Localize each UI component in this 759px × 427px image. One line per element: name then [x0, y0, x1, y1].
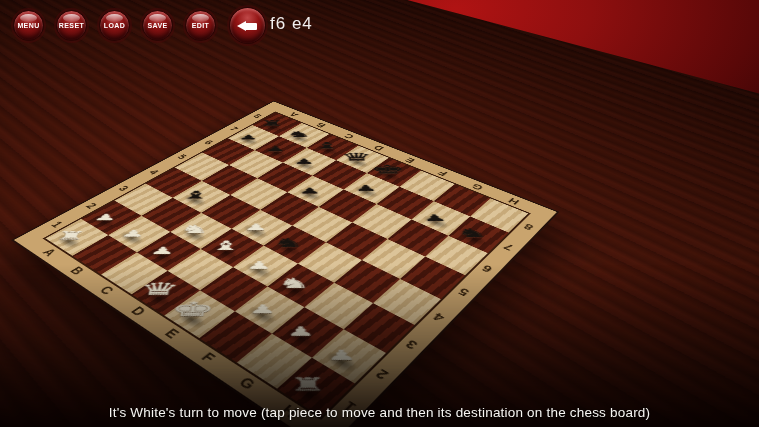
square-b1[interactable] — [72, 235, 137, 274]
piece-glyph: ♟ — [83, 213, 128, 222]
piece-glyph: ♟ — [235, 260, 281, 270]
piece-glyph: ♟ — [230, 134, 267, 140]
piece-glyph: ♜ — [254, 120, 289, 127]
toolbar: MENURESETLOADSAVEEDIT f6 e4 — [0, 0, 759, 52]
square-h6[interactable] — [425, 236, 488, 275]
piece-glyph: ♚ — [368, 163, 409, 175]
square-h4[interactable] — [373, 279, 441, 325]
square-e2[interactable] — [200, 267, 268, 311]
status-text: It's White's turn to move (tap piece to … — [0, 405, 759, 420]
piece-glyph: ♞ — [281, 130, 317, 138]
piece-glyph: ♟ — [345, 184, 386, 192]
white-knight-f3[interactable]: ♞ — [276, 280, 313, 300]
square-g5[interactable] — [362, 239, 425, 279]
piece-glyph: ♜ — [280, 375, 336, 393]
white-bishop-d3[interactable]: ♝ — [209, 243, 241, 261]
square-c1[interactable] — [101, 252, 167, 294]
piece-glyph: ♟ — [110, 229, 156, 238]
button-shine — [192, 14, 209, 22]
piece-glyph: ♞ — [266, 237, 311, 249]
piece-glyph: ♟ — [285, 158, 323, 165]
button-shine — [63, 14, 80, 22]
button-shine — [149, 14, 166, 22]
square-e4[interactable] — [264, 226, 326, 264]
square-f1[interactable] — [199, 311, 272, 362]
piece-glyph: ♞ — [172, 223, 217, 235]
black-knight-e4[interactable]: ♞ — [272, 240, 306, 258]
button-shine — [20, 14, 37, 22]
piece-glyph: ♝ — [203, 239, 249, 252]
white-rook-a1[interactable]: ♜ — [55, 233, 82, 250]
piece-glyph: ♜ — [47, 230, 95, 242]
piece-glyph: ♟ — [257, 146, 294, 153]
square-f3[interactable] — [268, 264, 335, 308]
square-g2[interactable] — [272, 307, 344, 358]
piece-glyph: ♟ — [275, 325, 326, 338]
white-pawn-c2[interactable]: ♟ — [146, 247, 177, 265]
square-f2[interactable] — [235, 287, 305, 334]
piece-glyph: ♟ — [234, 222, 278, 231]
button-shine — [106, 14, 123, 22]
piece-glyph: ♛ — [337, 152, 376, 163]
undo-button[interactable] — [229, 7, 266, 44]
piece-glyph: ♟ — [237, 303, 287, 315]
black-knight-h7[interactable]: ♞ — [455, 230, 494, 247]
square-d2[interactable] — [168, 249, 234, 290]
white-pawn-f2[interactable]: ♟ — [244, 304, 281, 326]
piece-glyph: ♝ — [174, 190, 216, 201]
last-move-display: f6 e4 — [270, 14, 313, 34]
square-e1[interactable] — [164, 290, 234, 338]
square-h5[interactable] — [400, 257, 465, 300]
white-pawn-b2[interactable]: ♟ — [118, 230, 147, 247]
white-queen-d1[interactable]: ♛ — [142, 288, 175, 309]
button-menu[interactable]: MENU — [13, 10, 44, 41]
piece-glyph: ♝ — [309, 141, 346, 150]
button-reset[interactable]: RESET — [56, 10, 87, 41]
white-pawn-a2[interactable]: ♟ — [90, 214, 117, 230]
piece-glyph: ♞ — [270, 276, 318, 290]
white-rook-h1[interactable]: ♜ — [287, 380, 330, 408]
square-g4[interactable] — [334, 260, 400, 303]
square-c2[interactable] — [137, 232, 201, 271]
button-save[interactable]: SAVE — [142, 10, 173, 41]
piece-glyph: ♟ — [413, 213, 458, 222]
square-g1[interactable] — [237, 334, 312, 389]
square-f5[interactable] — [326, 223, 388, 261]
white-pawn-h2[interactable]: ♟ — [321, 350, 364, 375]
square-a1[interactable] — [45, 219, 108, 256]
square-e3[interactable] — [233, 246, 298, 287]
white-king-e1[interactable]: ♚ — [174, 308, 209, 330]
square-h3[interactable] — [344, 303, 415, 353]
piece-glyph: ♟ — [290, 187, 330, 195]
piece-glyph: ♟ — [139, 246, 186, 256]
square-g6[interactable] — [388, 219, 449, 256]
left-arrow-icon-tail — [245, 23, 257, 30]
piece-glyph: ♚ — [167, 300, 219, 320]
square-d1[interactable] — [132, 271, 200, 316]
piece-glyph: ♟ — [315, 348, 369, 362]
piece-glyph: ♛ — [134, 281, 185, 298]
square-g3[interactable] — [304, 283, 373, 330]
white-pawn-g2[interactable]: ♟ — [281, 326, 321, 349]
square-f4[interactable] — [298, 242, 362, 282]
white-pawn-e3[interactable]: ♟ — [242, 261, 276, 280]
square-h2[interactable] — [312, 329, 386, 383]
button-edit[interactable]: EDIT — [185, 10, 216, 41]
piece-glyph: ♞ — [449, 227, 496, 239]
square-d3[interactable] — [201, 229, 264, 267]
button-load[interactable]: LOAD — [99, 10, 130, 41]
